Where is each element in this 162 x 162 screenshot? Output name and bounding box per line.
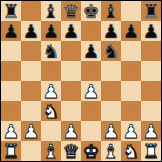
square-c1[interactable]: ♝ (41, 141, 61, 161)
piece-white-bishop[interactable]: ♝ (101, 141, 121, 161)
square-d2[interactable]: ♟ (61, 121, 81, 141)
square-f5[interactable] (101, 61, 121, 81)
square-e3[interactable] (81, 101, 101, 121)
square-f4[interactable] (101, 81, 121, 101)
square-f7[interactable]: ♟ (101, 21, 121, 41)
square-a7[interactable]: ♟ (1, 21, 21, 41)
square-g2[interactable]: ♟ (121, 121, 141, 141)
piece-black-knight[interactable]: ♞ (101, 41, 121, 61)
square-c3[interactable]: ♞ (41, 101, 61, 121)
piece-black-pawn[interactable]: ♟ (101, 21, 121, 41)
square-h2[interactable]: ♟ (141, 121, 161, 141)
square-b8[interactable] (21, 1, 41, 21)
square-g6[interactable] (121, 41, 141, 61)
piece-black-bishop[interactable]: ♝ (101, 1, 121, 21)
square-g3[interactable] (121, 101, 141, 121)
square-b2[interactable]: ♟ (21, 121, 41, 141)
chess-board: ♜♝♛♚♝♜♟♟♟♟♟♟♟♞♟♞♟♟♞♟♟♟♟♟♟♜♝♛♚♝♞♜ (0, 0, 162, 162)
square-e1[interactable]: ♚ (81, 141, 101, 161)
square-d7[interactable]: ♟ (61, 21, 81, 41)
square-c8[interactable]: ♝ (41, 1, 61, 21)
square-f1[interactable]: ♝ (101, 141, 121, 161)
piece-black-king[interactable]: ♚ (81, 1, 101, 21)
piece-white-pawn[interactable]: ♟ (121, 121, 141, 141)
piece-black-pawn[interactable]: ♟ (21, 21, 41, 41)
square-d6[interactable] (61, 41, 81, 61)
square-d3[interactable] (61, 101, 81, 121)
piece-black-knight[interactable]: ♞ (41, 41, 61, 61)
piece-black-pawn[interactable]: ♟ (1, 21, 21, 41)
square-e2[interactable] (81, 121, 101, 141)
piece-white-pawn[interactable]: ♟ (41, 81, 61, 101)
square-h5[interactable] (141, 61, 161, 81)
piece-black-rook[interactable]: ♜ (141, 1, 161, 21)
square-f8[interactable]: ♝ (101, 1, 121, 21)
square-e7[interactable] (81, 21, 101, 41)
square-e8[interactable]: ♚ (81, 1, 101, 21)
square-h1[interactable]: ♜ (141, 141, 161, 161)
square-d5[interactable] (61, 61, 81, 81)
square-a2[interactable]: ♟ (1, 121, 21, 141)
piece-white-pawn[interactable]: ♟ (81, 81, 101, 101)
square-h7[interactable]: ♟ (141, 21, 161, 41)
square-c2[interactable] (41, 121, 61, 141)
square-e5[interactable] (81, 61, 101, 81)
piece-white-pawn[interactable]: ♟ (141, 121, 161, 141)
piece-black-pawn[interactable]: ♟ (81, 41, 101, 61)
piece-white-rook[interactable]: ♜ (141, 141, 161, 161)
square-a3[interactable] (1, 101, 21, 121)
piece-black-pawn[interactable]: ♟ (41, 21, 61, 41)
piece-white-pawn[interactable]: ♟ (21, 121, 41, 141)
piece-white-knight[interactable]: ♞ (41, 101, 61, 121)
square-b7[interactable]: ♟ (21, 21, 41, 41)
square-c6[interactable]: ♞ (41, 41, 61, 61)
square-c4[interactable]: ♟ (41, 81, 61, 101)
piece-black-pawn[interactable]: ♟ (121, 21, 141, 41)
square-g1[interactable]: ♞ (121, 141, 141, 161)
square-b6[interactable] (21, 41, 41, 61)
piece-white-knight[interactable]: ♞ (121, 141, 141, 161)
square-a6[interactable] (1, 41, 21, 61)
piece-white-pawn[interactable]: ♟ (61, 121, 81, 141)
square-c5[interactable] (41, 61, 61, 81)
piece-black-rook[interactable]: ♜ (1, 1, 21, 21)
square-g7[interactable]: ♟ (121, 21, 141, 41)
square-a1[interactable]: ♜ (1, 141, 21, 161)
square-f2[interactable]: ♟ (101, 121, 121, 141)
piece-white-pawn[interactable]: ♟ (101, 121, 121, 141)
square-d1[interactable]: ♛ (61, 141, 81, 161)
square-g5[interactable] (121, 61, 141, 81)
square-b4[interactable] (21, 81, 41, 101)
board-grid: ♜♝♛♚♝♜♟♟♟♟♟♟♟♞♟♞♟♟♞♟♟♟♟♟♟♜♝♛♚♝♞♜ (1, 1, 161, 161)
piece-black-pawn[interactable]: ♟ (141, 21, 161, 41)
square-b1[interactable] (21, 141, 41, 161)
square-a8[interactable]: ♜ (1, 1, 21, 21)
square-f6[interactable]: ♞ (101, 41, 121, 61)
square-a5[interactable] (1, 61, 21, 81)
piece-white-pawn[interactable]: ♟ (1, 121, 21, 141)
square-h6[interactable] (141, 41, 161, 61)
square-d8[interactable]: ♛ (61, 1, 81, 21)
square-h8[interactable]: ♜ (141, 1, 161, 21)
square-g8[interactable] (121, 1, 141, 21)
piece-white-king[interactable]: ♚ (81, 141, 101, 161)
square-a4[interactable] (1, 81, 21, 101)
piece-white-queen[interactable]: ♛ (61, 141, 81, 161)
piece-black-queen[interactable]: ♛ (61, 1, 81, 21)
square-b5[interactable] (21, 61, 41, 81)
square-f3[interactable] (101, 101, 121, 121)
piece-white-bishop[interactable]: ♝ (41, 141, 61, 161)
piece-black-bishop[interactable]: ♝ (41, 1, 61, 21)
piece-black-pawn[interactable]: ♟ (61, 21, 81, 41)
square-e4[interactable]: ♟ (81, 81, 101, 101)
piece-white-rook[interactable]: ♜ (1, 141, 21, 161)
square-d4[interactable] (61, 81, 81, 101)
square-h4[interactable] (141, 81, 161, 101)
square-e6[interactable]: ♟ (81, 41, 101, 61)
square-h3[interactable] (141, 101, 161, 121)
square-c7[interactable]: ♟ (41, 21, 61, 41)
square-b3[interactable] (21, 101, 41, 121)
square-g4[interactable] (121, 81, 141, 101)
